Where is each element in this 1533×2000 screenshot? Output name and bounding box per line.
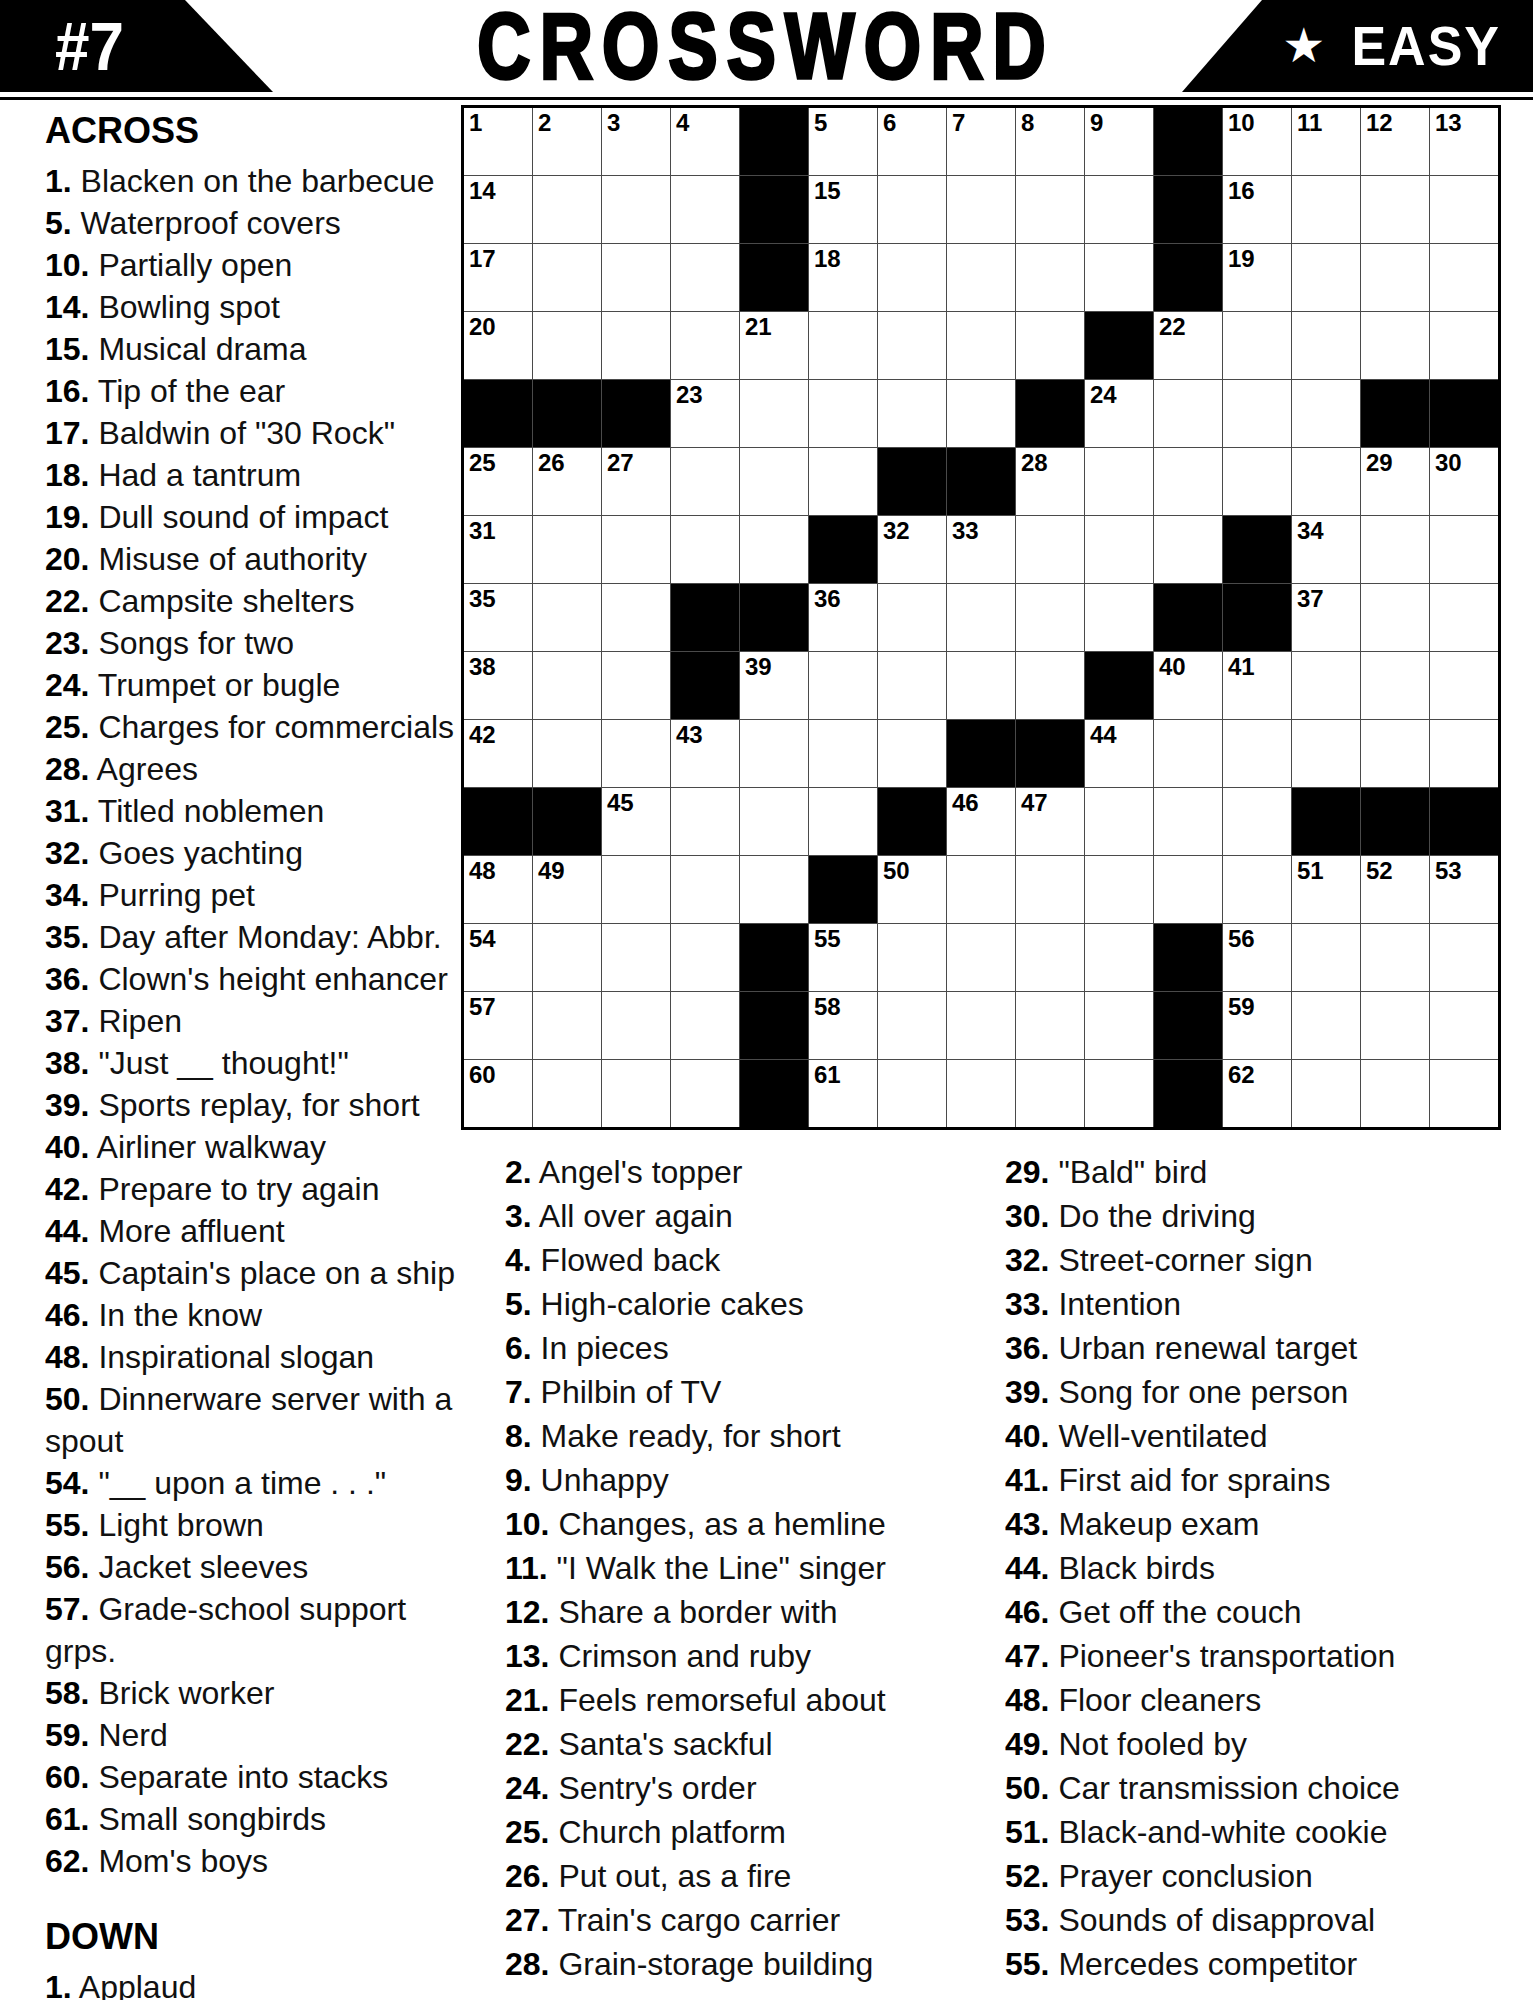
block-cell	[1223, 584, 1291, 651]
grid-cell[interactable]: 18	[809, 244, 877, 311]
block-cell	[1430, 380, 1498, 447]
grid-cell[interactable]: 11	[1292, 108, 1360, 175]
cell-number: 40	[1159, 654, 1186, 680]
grid-cell[interactable]	[1223, 720, 1291, 787]
grid-cell[interactable]: 34	[1292, 516, 1360, 583]
clue-number: 36.	[1005, 1330, 1049, 1366]
grid-cell[interactable]	[809, 788, 877, 855]
grid-cell[interactable]	[671, 516, 739, 583]
block-cell	[878, 448, 946, 515]
grid-cell[interactable]: 3	[602, 108, 670, 175]
clue-down-9: 9. Unhappy	[505, 1458, 967, 1502]
grid-cell[interactable]: 12	[1361, 108, 1429, 175]
clue-text: Bowling spot	[89, 289, 279, 325]
grid-cell[interactable]: 26	[533, 448, 601, 515]
grid-cell[interactable]	[602, 652, 670, 719]
grid-cell[interactable]	[1430, 312, 1498, 379]
cell-number: 19	[1228, 246, 1255, 272]
cell-number: 5	[814, 110, 827, 136]
grid-cell[interactable]	[602, 516, 670, 583]
cell-number: 53	[1435, 858, 1462, 884]
grid-cell[interactable]	[947, 992, 1015, 1059]
grid-cell[interactable]: 36	[809, 584, 877, 651]
grid-cell[interactable]	[1085, 788, 1153, 855]
cell-number: 46	[952, 790, 979, 816]
grid-cell[interactable]	[1292, 244, 1360, 311]
grid-cell[interactable]	[1085, 176, 1153, 243]
grid-cell[interactable]	[1430, 516, 1498, 583]
clue-number: 2.	[505, 1154, 532, 1190]
grid-cell[interactable]	[1085, 856, 1153, 923]
clue-number: 48.	[45, 1339, 89, 1375]
clue-text: Makeup exam	[1049, 1506, 1259, 1542]
grid-cell[interactable]	[1292, 312, 1360, 379]
clue-number: 55.	[45, 1507, 89, 1543]
grid-cell[interactable]	[1292, 992, 1360, 1059]
grid-cell[interactable]: 47	[1016, 788, 1084, 855]
grid-cell[interactable]: 19	[1223, 244, 1291, 311]
grid-cell[interactable]	[1154, 380, 1222, 447]
clue-across-60: 60. Separate into stacks	[45, 1756, 481, 1798]
clue-number: 5.	[45, 205, 72, 241]
grid-cell[interactable]	[1361, 652, 1429, 719]
grid-cell[interactable]	[1361, 312, 1429, 379]
grid-cell[interactable]	[671, 856, 739, 923]
grid-cell[interactable]	[878, 176, 946, 243]
grid-cell[interactable]	[1154, 788, 1222, 855]
clue-down-24: 24. Sentry's order	[505, 1766, 967, 1810]
grid-cell[interactable]	[533, 720, 601, 787]
clue-number: 14.	[45, 289, 89, 325]
clue-down-7: 7. Philbin of TV	[505, 1370, 967, 1414]
clue-number: 13.	[505, 1638, 549, 1674]
clue-text: Brick worker	[89, 1675, 274, 1711]
grid-cell[interactable]: 8	[1016, 108, 1084, 175]
grid-cell[interactable]	[878, 720, 946, 787]
clue-text: Changes, as a hemline	[549, 1506, 885, 1542]
grid-cell[interactable]	[671, 448, 739, 515]
grid-cell[interactable]	[1223, 856, 1291, 923]
grid-cell[interactable]: 23	[671, 380, 739, 447]
grid-cell[interactable]: 5	[809, 108, 877, 175]
grid-cell[interactable]	[1361, 992, 1429, 1059]
grid-cell[interactable]	[1430, 244, 1498, 311]
block-cell	[1016, 380, 1084, 447]
grid-cell[interactable]	[1430, 992, 1498, 1059]
grid-cell[interactable]: 32	[878, 516, 946, 583]
grid-cell[interactable]	[671, 176, 739, 243]
clue-number: 15.	[45, 331, 89, 367]
cell-number: 58	[814, 994, 841, 1020]
clue-down-36: 36. Urban renewal target	[1005, 1326, 1483, 1370]
clue-across-15: 15. Musical drama	[45, 328, 481, 370]
clue-down-5: 5. High-calorie cakes	[505, 1282, 967, 1326]
grid-cell[interactable]	[878, 584, 946, 651]
clue-text: Charges for commercials	[89, 709, 454, 745]
cell-number: 62	[1228, 1062, 1255, 1088]
clue-number: 62.	[45, 1843, 89, 1879]
grid-cell[interactable]: 61	[809, 1060, 877, 1127]
clue-across-25: 25. Charges for commercials	[45, 706, 481, 748]
grid-cell[interactable]: 4	[671, 108, 739, 175]
grid-cell[interactable]	[671, 788, 739, 855]
grid-cell[interactable]	[1016, 992, 1084, 1059]
grid-cell[interactable]	[1430, 584, 1498, 651]
clue-number: 49.	[1005, 1726, 1049, 1762]
clue-text: Sentry's order	[549, 1770, 756, 1806]
cell-number: 56	[1228, 926, 1255, 952]
clue-across-17: 17. Baldwin of "30 Rock"	[45, 412, 481, 454]
clue-text: Floor cleaners	[1049, 1682, 1261, 1718]
grid-cell[interactable]	[1292, 176, 1360, 243]
block-cell	[740, 244, 808, 311]
clue-text: Ripen	[89, 1003, 182, 1039]
clue-number: 56.	[45, 1549, 89, 1585]
cell-number: 45	[607, 790, 634, 816]
grid-cell[interactable]	[1085, 924, 1153, 991]
clue-number: 28.	[45, 751, 89, 787]
grid-cell[interactable]	[533, 992, 601, 1059]
clue-number: 1.	[45, 163, 72, 199]
grid-cell[interactable]: 28	[1016, 448, 1084, 515]
grid-cell[interactable]: 51	[1292, 856, 1360, 923]
grid-cell[interactable]	[1016, 584, 1084, 651]
difficulty-badge: ★ EASY	[1282, 0, 1501, 92]
grid-cell[interactable]: 40	[1154, 652, 1222, 719]
grid-cell[interactable]	[1016, 652, 1084, 719]
grid-cell[interactable]	[1016, 856, 1084, 923]
clue-number: 41.	[1005, 1462, 1049, 1498]
clue-number: 18.	[45, 457, 89, 493]
clue-number: 51.	[1005, 1814, 1049, 1850]
clue-number: 43.	[1005, 1506, 1049, 1542]
clue-down-2: 2. Angel's topper	[505, 1150, 967, 1194]
grid-cell[interactable]	[878, 1060, 946, 1127]
grid-cell[interactable]	[947, 652, 1015, 719]
clue-text: Prepare to try again	[89, 1171, 379, 1207]
grid-cell[interactable]	[947, 312, 1015, 379]
clue-number: 30.	[1005, 1198, 1049, 1234]
grid-cell[interactable]: 30	[1430, 448, 1498, 515]
block-cell	[1154, 176, 1222, 243]
grid-cell[interactable]	[1085, 448, 1153, 515]
grid-cell[interactable]	[1085, 992, 1153, 1059]
grid-cell[interactable]	[1292, 1060, 1360, 1127]
grid-cell[interactable]	[602, 244, 670, 311]
grid-cell[interactable]	[878, 652, 946, 719]
grid-cell[interactable]: 16	[1223, 176, 1291, 243]
grid-cell[interactable]	[809, 652, 877, 719]
cell-number: 4	[676, 110, 689, 136]
grid-cell[interactable]: 58	[809, 992, 877, 1059]
grid-cell[interactable]: 21	[740, 312, 808, 379]
grid-cell[interactable]	[947, 584, 1015, 651]
grid-cell[interactable]	[878, 924, 946, 991]
clue-down-52: 52. Prayer conclusion	[1005, 1854, 1483, 1898]
grid-cell[interactable]: 22	[1154, 312, 1222, 379]
grid-cell[interactable]	[1361, 516, 1429, 583]
grid-cell[interactable]	[1292, 720, 1360, 787]
grid-cell[interactable]	[1016, 924, 1084, 991]
cell-number: 2	[538, 110, 551, 136]
grid-cell[interactable]: 9	[1085, 108, 1153, 175]
grid-cell[interactable]	[947, 244, 1015, 311]
grid-cell[interactable]: 33	[947, 516, 1015, 583]
grid-cell[interactable]	[1292, 924, 1360, 991]
cell-number: 36	[814, 586, 841, 612]
grid-cell[interactable]: 41	[1223, 652, 1291, 719]
grid-cell[interactable]: 55	[809, 924, 877, 991]
clue-text: Dull sound of impact	[89, 499, 388, 535]
clue-number: 5.	[505, 1286, 532, 1322]
grid-cell[interactable]	[740, 788, 808, 855]
grid-cell[interactable]	[1223, 448, 1291, 515]
cell-number: 52	[1366, 858, 1393, 884]
grid-cell[interactable]	[1016, 516, 1084, 583]
clue-text: "I Walk the Line" singer	[548, 1550, 886, 1586]
grid-cell[interactable]	[602, 584, 670, 651]
grid-cell[interactable]	[671, 924, 739, 991]
grid-cell[interactable]: 13	[1430, 108, 1498, 175]
grid-cell[interactable]: 46	[947, 788, 1015, 855]
grid-cell[interactable]	[602, 924, 670, 991]
grid-cell[interactable]	[671, 1060, 739, 1127]
clue-text: "Bald" bird	[1049, 1154, 1207, 1190]
grid-cell[interactable]	[947, 856, 1015, 923]
grid-cell[interactable]	[1016, 312, 1084, 379]
clue-number: 10.	[505, 1506, 549, 1542]
grid-cell[interactable]	[1085, 584, 1153, 651]
clue-text: Philbin of TV	[532, 1374, 722, 1410]
grid-cell[interactable]	[740, 380, 808, 447]
grid-cell[interactable]: 43	[671, 720, 739, 787]
clue-text: Make ready, for short	[532, 1418, 841, 1454]
clue-number: 59.	[45, 1717, 89, 1753]
grid-cell[interactable]	[533, 652, 601, 719]
grid-cell[interactable]	[602, 312, 670, 379]
grid-cell[interactable]	[602, 1060, 670, 1127]
grid-cell[interactable]	[947, 924, 1015, 991]
clue-number: 44.	[45, 1213, 89, 1249]
grid-cell[interactable]: 6	[878, 108, 946, 175]
grid-cell[interactable]: 59	[1223, 992, 1291, 1059]
clue-down-10: 10. Changes, as a hemline	[505, 1502, 967, 1546]
grid-cell[interactable]	[1361, 1060, 1429, 1127]
grid-cell[interactable]	[1430, 1060, 1498, 1127]
block-cell	[740, 176, 808, 243]
clue-number: 12.	[505, 1594, 549, 1630]
cell-number: 61	[814, 1062, 841, 1088]
grid-cell[interactable]: 10	[1223, 108, 1291, 175]
grid-cell[interactable]	[878, 244, 946, 311]
grid-cell[interactable]	[1016, 244, 1084, 311]
grid-cell[interactable]	[602, 720, 670, 787]
grid-cell[interactable]	[878, 312, 946, 379]
grid-cell[interactable]	[809, 720, 877, 787]
clue-number: 25.	[45, 709, 89, 745]
grid-cell[interactable]	[1292, 652, 1360, 719]
grid-cell[interactable]	[602, 856, 670, 923]
grid-cell[interactable]	[809, 312, 877, 379]
clue-number: 33.	[1005, 1286, 1049, 1322]
grid-cell[interactable]	[1223, 380, 1291, 447]
puzzle-number: #7	[55, 0, 124, 97]
cell-number: 34	[1297, 518, 1324, 544]
clue-number: 37.	[45, 1003, 89, 1039]
clue-across-45: 45. Captain's place on a ship	[45, 1252, 481, 1294]
clue-number: 54.	[45, 1465, 89, 1501]
cell-number: 6	[883, 110, 896, 136]
grid-cell[interactable]: 52	[1361, 856, 1429, 923]
grid-cell[interactable]	[533, 244, 601, 311]
grid-cell[interactable]: 56	[1223, 924, 1291, 991]
clue-text: Mercedes competitor	[1049, 1946, 1357, 1982]
grid-cell[interactable]	[1292, 448, 1360, 515]
clue-number: 9.	[505, 1462, 532, 1498]
grid-cell[interactable]: 39	[740, 652, 808, 719]
grid-cell[interactable]	[602, 176, 670, 243]
clue-text: Angel's topper	[532, 1154, 743, 1190]
block-cell	[740, 1060, 808, 1127]
grid-cell[interactable]	[947, 176, 1015, 243]
clue-across-39: 39. Sports replay, for short	[45, 1084, 481, 1126]
grid-cell[interactable]	[533, 516, 601, 583]
cell-number: 32	[883, 518, 910, 544]
grid-cell[interactable]	[740, 516, 808, 583]
grid-cell[interactable]	[1085, 244, 1153, 311]
grid-cell[interactable]	[1430, 720, 1498, 787]
grid-cell[interactable]	[1154, 856, 1222, 923]
clue-down-25: 25. Church platform	[505, 1810, 967, 1854]
grid-cell[interactable]	[1361, 924, 1429, 991]
grid-cell[interactable]	[947, 1060, 1015, 1127]
grid-cell[interactable]	[1292, 380, 1360, 447]
clue-across-14: 14. Bowling spot	[45, 286, 481, 328]
block-cell	[1361, 380, 1429, 447]
grid-cell[interactable]	[1361, 176, 1429, 243]
clue-number: 42.	[45, 1171, 89, 1207]
grid-cell[interactable]	[740, 720, 808, 787]
grid-cell[interactable]	[671, 244, 739, 311]
grid-cell[interactable]	[1016, 176, 1084, 243]
grid-cell[interactable]	[1430, 924, 1498, 991]
grid-cell[interactable]	[671, 992, 739, 1059]
clue-text: "__ upon a time . . ."	[89, 1465, 386, 1501]
block-cell	[533, 380, 601, 447]
grid-cell[interactable]	[878, 380, 946, 447]
clue-number: 7.	[505, 1374, 532, 1410]
cell-number: 51	[1297, 858, 1324, 884]
clue-across-23: 23. Songs for two	[45, 622, 481, 664]
grid-cell[interactable]	[947, 380, 1015, 447]
clue-number: 8.	[505, 1418, 532, 1454]
grid-cell[interactable]	[533, 312, 601, 379]
clue-text: Mom's boys	[89, 1843, 268, 1879]
grid-cell[interactable]	[809, 448, 877, 515]
cell-number: 11	[1297, 110, 1322, 136]
across-clue-list: 1. Blacken on the barbecue5. Waterproof …	[45, 160, 481, 1882]
grid-cell[interactable]	[533, 1060, 601, 1127]
cell-number: 41	[1228, 654, 1255, 680]
grid-cell[interactable]	[602, 992, 670, 1059]
grid-cell[interactable]	[1154, 448, 1222, 515]
clue-across-22: 22. Campsite shelters	[45, 580, 481, 622]
down-title: DOWN	[45, 1916, 481, 1958]
grid-cell[interactable]: 45	[602, 788, 670, 855]
clue-text: Purring pet	[89, 877, 254, 913]
clue-text: Not fooled by	[1049, 1726, 1246, 1762]
clue-down-50: 50. Car transmission choice	[1005, 1766, 1483, 1810]
clue-down-28: 28. Grain-storage building	[505, 1942, 967, 1986]
grid-cell[interactable]: 24	[1085, 380, 1153, 447]
cell-number: 28	[1021, 450, 1048, 476]
grid-cell[interactable]: 2	[533, 108, 601, 175]
grid-cell[interactable]	[1154, 516, 1222, 583]
block-cell	[740, 584, 808, 651]
grid-cell[interactable]: 37	[1292, 584, 1360, 651]
grid-cell[interactable]: 50	[878, 856, 946, 923]
clue-down-46: 46. Get off the couch	[1005, 1590, 1483, 1634]
grid-cell[interactable]: 44	[1085, 720, 1153, 787]
clue-down-41: 41. First aid for sprains	[1005, 1458, 1483, 1502]
grid-cell[interactable]: 49	[533, 856, 601, 923]
grid-cell[interactable]	[1016, 1060, 1084, 1127]
grid-cell[interactable]	[1223, 788, 1291, 855]
clue-text: Church platform	[549, 1814, 786, 1850]
grid-cell[interactable]	[1223, 312, 1291, 379]
grid-cell[interactable]	[533, 924, 601, 991]
clue-text: Campsite shelters	[89, 583, 354, 619]
grid-cell[interactable]: 62	[1223, 1060, 1291, 1127]
grid-cell[interactable]	[1085, 516, 1153, 583]
grid-cell[interactable]	[1361, 720, 1429, 787]
clue-number: 53.	[1005, 1902, 1049, 1938]
clue-text: Do the driving	[1049, 1198, 1255, 1234]
cell-number: 18	[814, 246, 841, 272]
clue-text: Small songbirds	[89, 1801, 326, 1837]
down-clue-column-1: 2. Angel's topper3. All over again4. Flo…	[505, 1150, 967, 1986]
clue-text: High-calorie cakes	[532, 1286, 804, 1322]
grid-cell[interactable]	[1361, 584, 1429, 651]
grid-cell[interactable]	[1085, 1060, 1153, 1127]
clue-down-11: 11. "I Walk the Line" singer	[505, 1546, 967, 1590]
clue-across-40: 40. Airliner walkway	[45, 1126, 481, 1168]
grid-cell[interactable]	[1430, 652, 1498, 719]
grid-cell[interactable]	[533, 584, 601, 651]
grid-cell[interactable]: 53	[1430, 856, 1498, 923]
clue-down-49: 49. Not fooled by	[1005, 1722, 1483, 1766]
grid-cell[interactable]	[740, 856, 808, 923]
block-cell	[1361, 788, 1429, 855]
grid-cell[interactable]	[1154, 720, 1222, 787]
grid-cell[interactable]: 7	[947, 108, 1015, 175]
grid-cell[interactable]: 15	[809, 176, 877, 243]
grid-cell[interactable]	[671, 312, 739, 379]
clue-text: Had a tantrum	[89, 457, 301, 493]
grid-cell[interactable]	[1361, 244, 1429, 311]
grid-cell[interactable]	[1430, 176, 1498, 243]
grid-cell[interactable]: 29	[1361, 448, 1429, 515]
clue-across-31: 31. Titled noblemen	[45, 790, 481, 832]
grid-cell[interactable]	[809, 380, 877, 447]
cell-number: 23	[676, 382, 703, 408]
grid-cell[interactable]: 27	[602, 448, 670, 515]
grid-cell[interactable]	[740, 448, 808, 515]
clue-number: 50.	[45, 1381, 89, 1417]
grid-cell[interactable]	[533, 176, 601, 243]
grid-cell[interactable]	[878, 992, 946, 1059]
clue-text: Unhappy	[532, 1462, 669, 1498]
